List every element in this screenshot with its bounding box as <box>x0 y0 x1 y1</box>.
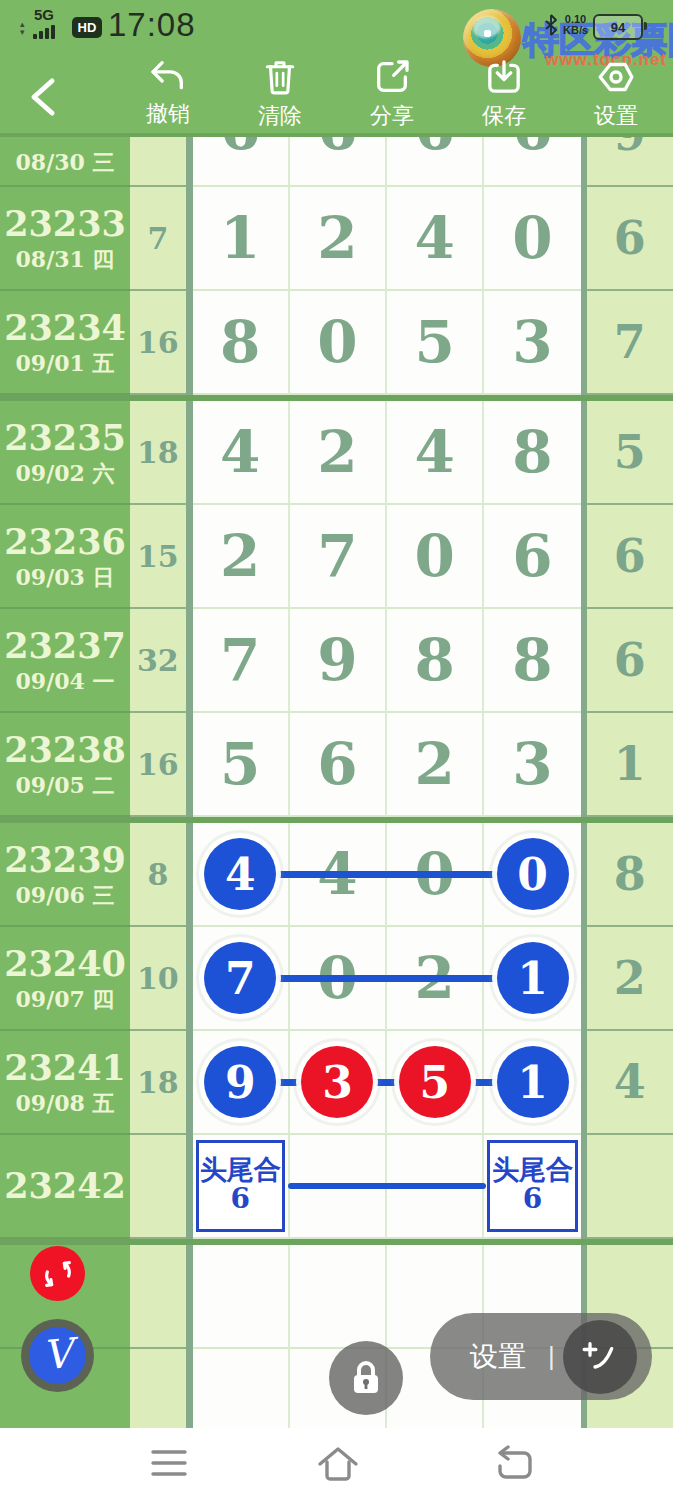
digit-cell[interactable] <box>290 1245 387 1349</box>
tail-digit-cell: 5 <box>587 401 673 505</box>
draw-date: 09/01 五 <box>16 351 115 375</box>
grid-band <box>186 505 193 609</box>
toolbar: 撤销清除分享保存设置 <box>0 55 673 133</box>
grid-band <box>186 927 193 1031</box>
bluetooth-icon <box>544 14 558 36</box>
digit-value: 5 <box>220 730 260 798</box>
status-right: 0.10KB/s 94 <box>544 14 643 40</box>
share-icon <box>372 57 412 97</box>
digit-cell[interactable]: 0 <box>484 823 580 927</box>
digit-cell[interactable]: 6 <box>193 137 290 187</box>
digit-cell[interactable]: 7 <box>193 609 290 713</box>
digit-cell[interactable]: 5 <box>387 1031 484 1135</box>
digit-cell[interactable]: 头尾合6 <box>193 1135 290 1239</box>
sum-count-cell <box>130 1135 186 1239</box>
digit-cell[interactable]: 3 <box>484 713 580 817</box>
grid-band <box>186 823 193 927</box>
sum-count-cell: 18 <box>130 401 186 505</box>
status-bar: 5G ▴▾ HD 17:08 特区彩票网 www.tqcp.net 0.10KB… <box>0 0 673 55</box>
sum-box-value: 6 <box>230 1184 249 1215</box>
toolbar-share-button[interactable]: 分享 <box>347 57 437 131</box>
row-23241: 2324109/08 五1893514 <box>0 1031 673 1135</box>
tail-digit-cell: 1 <box>587 713 673 817</box>
android-nav-bar <box>0 1428 673 1500</box>
digit-cell[interactable]: 7 <box>290 505 387 609</box>
digit-cell[interactable]: 4 <box>193 823 290 927</box>
sum-count-cell <box>130 1245 186 1349</box>
pill-settings-label[interactable]: 设置 <box>470 1338 526 1376</box>
tail-digit-cell: 9 <box>587 137 673 187</box>
trend-connect-line <box>242 1079 531 1086</box>
undo-icon <box>148 57 188 95</box>
digit-cell[interactable]: 6 <box>290 713 387 817</box>
digit-cell[interactable]: 1 <box>484 927 580 1031</box>
digit-value: 2 <box>220 522 260 590</box>
draw-date: 09/04 一 <box>16 669 115 693</box>
clipped-digit: 6 <box>193 137 288 158</box>
digit-cell[interactable]: 4 <box>387 187 484 291</box>
digit-value: 2 <box>317 418 357 486</box>
digit-cell[interactable]: 2 <box>290 401 387 505</box>
lock-button[interactable] <box>329 1341 403 1415</box>
digit-value: 5 <box>415 308 455 376</box>
tail-digit-cell: 6 <box>587 505 673 609</box>
trash-icon <box>261 57 299 97</box>
digit-cell[interactable]: 8 <box>193 291 290 395</box>
sum-count-cell <box>130 137 186 187</box>
grid-band <box>186 713 193 817</box>
digit-value: 8 <box>220 308 260 376</box>
network-speed: 0.10KB/s <box>563 14 588 36</box>
digit-cell[interactable]: 2 <box>387 713 484 817</box>
digit-value: 2 <box>317 204 357 272</box>
sum-count-cell: 7 <box>130 187 186 291</box>
draw-label-cell: 2323509/02 六 <box>0 401 130 505</box>
digit-value: 3 <box>512 308 552 376</box>
toolbar-label: 撤销 <box>123 99 213 129</box>
digit-cell[interactable]: 6 <box>484 137 580 187</box>
toolbar-trash-button[interactable]: 清除 <box>235 57 325 131</box>
draw-date: 09/03 日 <box>16 565 115 589</box>
blue-marked-digit: 0 <box>497 838 569 910</box>
digit-cell[interactable]: 7 <box>193 927 290 1031</box>
digit-cell[interactable]: 9 <box>193 1031 290 1135</box>
network-type: 5G <box>34 6 54 23</box>
row-23235: 2323509/02 六1842485 <box>0 401 673 505</box>
lock-icon <box>348 1359 384 1397</box>
back-button[interactable] <box>26 77 60 117</box>
sum-count-cell: 32 <box>130 609 186 713</box>
clipped-digit: 6 <box>387 137 482 158</box>
digit-value: 2 <box>415 730 455 798</box>
sum-box-label: 头尾合 <box>200 1157 281 1184</box>
trend-connect-line <box>242 975 531 982</box>
blue-marked-digit: 1 <box>497 942 569 1014</box>
grid-band <box>186 1245 193 1349</box>
sum-count-cell: 15 <box>130 505 186 609</box>
toolbar-undo-button[interactable]: 撤销 <box>123 57 213 129</box>
digit-value: 7 <box>220 626 260 694</box>
digit-cell[interactable] <box>193 1245 290 1349</box>
blue-marked-digit: 1 <box>497 1046 569 1118</box>
tail-digit-cell: 6 <box>587 609 673 713</box>
draw-number: 23233 <box>4 205 126 244</box>
sum-box-label: 头尾合 <box>492 1157 573 1184</box>
digit-cell[interactable]: 2 <box>193 505 290 609</box>
draw-date: 09/02 六 <box>16 461 115 485</box>
digit-cell[interactable]: 9 <box>290 609 387 713</box>
clipped-tail-digit: 9 <box>587 137 673 157</box>
sum-count-cell: 8 <box>130 823 186 927</box>
row-23239: 2323909/06 三844008 <box>0 823 673 927</box>
v-tool-button[interactable]: V <box>21 1319 94 1392</box>
draw-label-cell: 2324009/07 四 <box>0 927 130 1031</box>
tail-digit-cell: 7 <box>587 291 673 395</box>
status-time: 17:08 <box>108 6 196 44</box>
grid-band <box>186 1031 193 1135</box>
draw-number: 23235 <box>4 419 126 458</box>
row-23237: 2323709/04 一3279886 <box>0 609 673 713</box>
row-23238: 2323809/05 二1656231 <box>0 713 673 817</box>
digit-cell[interactable]: 1 <box>484 1031 580 1135</box>
tail-digit-cell: 4 <box>587 1031 673 1135</box>
sum-count-cell: 16 <box>130 713 186 817</box>
toolbar-save-button[interactable]: 保存 <box>459 57 549 131</box>
draw-number: 23236 <box>4 523 126 562</box>
row-23233: 2323308/31 四712406 <box>0 187 673 291</box>
back-nav-icon[interactable] <box>494 1444 534 1482</box>
digit-cell[interactable]: 8 <box>387 609 484 713</box>
toolbar-settings-button[interactable]: 设置 <box>571 57 661 131</box>
digit-cell[interactable]: 4 <box>193 401 290 505</box>
sum-count-cell: 18 <box>130 1031 186 1135</box>
digit-value: 8 <box>512 626 552 694</box>
settings-pill[interactable]: 设置 | <box>430 1313 652 1400</box>
grid-band <box>186 137 193 187</box>
refresh-icon <box>41 1257 75 1291</box>
sum-count-cell <box>130 1349 186 1428</box>
digit-value: 4 <box>415 204 455 272</box>
digit-value: 4 <box>220 418 260 486</box>
draw-number: 23240 <box>4 945 126 984</box>
draw-number: 23237 <box>4 627 126 666</box>
row-partial: 08/30 三66669 <box>0 137 673 187</box>
sum-count-cell: 16 <box>130 291 186 395</box>
hd-badge: HD <box>72 17 102 38</box>
blue-marked-digit: 4 <box>204 838 276 910</box>
digit-cell[interactable]: 5 <box>193 713 290 817</box>
row-23236: 2323609/03 日1527066 <box>0 505 673 609</box>
digit-cell[interactable]: 头尾合6 <box>484 1135 580 1239</box>
digit-cell[interactable]: 3 <box>290 1031 387 1135</box>
digit-cell[interactable] <box>193 1349 290 1428</box>
digit-value: 0 <box>415 522 455 590</box>
trend-chart-board[interactable]: 08/30 三666692323308/31 四7124062323409/01… <box>0 133 673 1428</box>
digit-cell[interactable]: 5 <box>387 291 484 395</box>
battery-icon: 94 <box>593 14 643 40</box>
row-23242: 23242头尾合6头尾合6 <box>0 1135 673 1239</box>
pill-separator: | <box>548 1341 555 1372</box>
digit-value: 4 <box>415 418 455 486</box>
digit-value: 0 <box>512 204 552 272</box>
digit-cell[interactable]: 4 <box>387 401 484 505</box>
status-left: 5G ▴▾ HD 17:08 <box>20 6 196 40</box>
v-icon: V <box>29 1327 86 1384</box>
digit-cell[interactable]: 8 <box>484 609 580 713</box>
grid-band <box>186 609 193 713</box>
digit-value: 8 <box>512 418 552 486</box>
tail-digit-cell: 8 <box>587 823 673 927</box>
digit-cell[interactable]: 0 <box>387 505 484 609</box>
draw-label-cell: 23242 <box>0 1135 130 1239</box>
draw-label-cell: 2323909/06 三 <box>0 823 130 927</box>
home-icon[interactable] <box>316 1444 360 1484</box>
digit-cell[interactable]: 0 <box>290 291 387 395</box>
draw-label-cell: 2323409/01 五 <box>0 291 130 395</box>
draw-date: 08/30 三 <box>0 150 131 174</box>
tail-digit-cell: 6 <box>587 187 673 291</box>
digit-value: 6 <box>512 522 552 590</box>
tail-digit-cell: 2 <box>587 927 673 1031</box>
grid-band <box>186 291 193 395</box>
blue-marked-digit: 9 <box>204 1046 276 1118</box>
grid-band <box>186 401 193 505</box>
draw-date: 09/08 五 <box>16 1091 115 1115</box>
settings-icon <box>596 57 636 97</box>
draw-number: 23239 <box>4 841 126 880</box>
digit-value: 7 <box>317 522 357 590</box>
toolbar-label: 清除 <box>235 101 325 131</box>
tail-digit-cell <box>587 1135 673 1239</box>
draw-label-cell: 08/30 三 <box>0 137 130 187</box>
row-23240: 2324009/07 四1070212 <box>0 927 673 1031</box>
digit-cell[interactable]: 0 <box>484 187 580 291</box>
digit-cell[interactable]: 1 <box>193 187 290 291</box>
head-tail-sum-box: 头尾合6 <box>487 1140 577 1232</box>
digit-cell[interactable]: 6 <box>387 137 484 187</box>
save-icon <box>484 57 524 97</box>
digit-value: 0 <box>317 308 357 376</box>
digit-value: 3 <box>512 730 552 798</box>
sum-count-cell: 10 <box>130 927 186 1031</box>
draw-number: 23242 <box>4 1167 126 1206</box>
trend-connect-line <box>242 871 531 878</box>
blue-marked-digit: 7 <box>204 942 276 1014</box>
toolbar-label: 设置 <box>571 101 661 131</box>
clipped-digit: 6 <box>484 137 580 158</box>
refresh-button[interactable] <box>30 1246 85 1301</box>
row-23234: 2323409/01 五1680537 <box>0 291 673 395</box>
toolbar-label: 分享 <box>347 101 437 131</box>
digit-cell[interactable]: 8 <box>484 401 580 505</box>
red-marked-digit: 5 <box>399 1046 471 1118</box>
grid-band <box>186 187 193 291</box>
signal-icon: 5G ▴▾ <box>20 6 66 40</box>
draw-label-cell: 2323609/03 日 <box>0 505 130 609</box>
draw-label-cell: 2324109/08 五 <box>0 1031 130 1135</box>
pen-add-icon <box>580 1337 620 1377</box>
draw-label-cell: 2323809/05 二 <box>0 713 130 817</box>
menu-icon[interactable] <box>150 1444 188 1482</box>
digit-value: 6 <box>317 730 357 798</box>
sum-connect-line <box>288 1183 486 1189</box>
digit-cell[interactable]: 6 <box>290 137 387 187</box>
draw-label-cell: 2323709/04 一 <box>0 609 130 713</box>
digit-value: 8 <box>415 626 455 694</box>
draw-number: 23241 <box>4 1049 126 1088</box>
digit-value: 9 <box>317 626 357 694</box>
draw-label-cell: 2323308/31 四 <box>0 187 130 291</box>
red-marked-digit: 3 <box>301 1046 373 1118</box>
clipped-digit: 6 <box>290 137 385 158</box>
digit-cell[interactable]: 6 <box>484 505 580 609</box>
draw-date: 09/07 四 <box>16 987 115 1011</box>
grid-band <box>186 1349 193 1428</box>
digit-cell[interactable]: 2 <box>290 187 387 291</box>
draw-date: 08/31 四 <box>16 247 115 271</box>
toolbar-label: 保存 <box>459 101 549 131</box>
sum-box-value: 6 <box>523 1184 542 1215</box>
pen-add-button[interactable] <box>563 1320 637 1394</box>
grid-band <box>186 1135 193 1239</box>
digit-value: 1 <box>220 204 260 272</box>
draw-number: 23234 <box>4 309 126 348</box>
draw-date: 09/05 二 <box>16 773 115 797</box>
draw-date: 09/06 三 <box>16 883 115 907</box>
digit-cell[interactable]: 3 <box>484 291 580 395</box>
draw-number: 23238 <box>4 731 126 770</box>
head-tail-sum-box: 头尾合6 <box>196 1140 285 1232</box>
